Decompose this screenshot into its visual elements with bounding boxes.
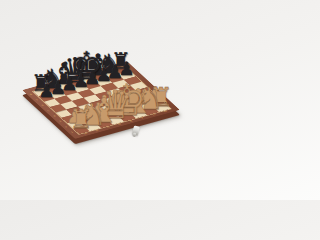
clasp-latch <box>132 125 139 135</box>
piece-black-pawn[interactable]: ♟ <box>38 81 55 99</box>
clasp-pin <box>133 133 136 137</box>
scene: ABCDEFGH 87654321 ♜♞♝♛♚♝♞♜♟♟♟♟♟♟♟♟♟♟♟♟♟♟… <box>0 0 200 200</box>
piece-white-rook[interactable]: ♜ <box>70 107 93 133</box>
